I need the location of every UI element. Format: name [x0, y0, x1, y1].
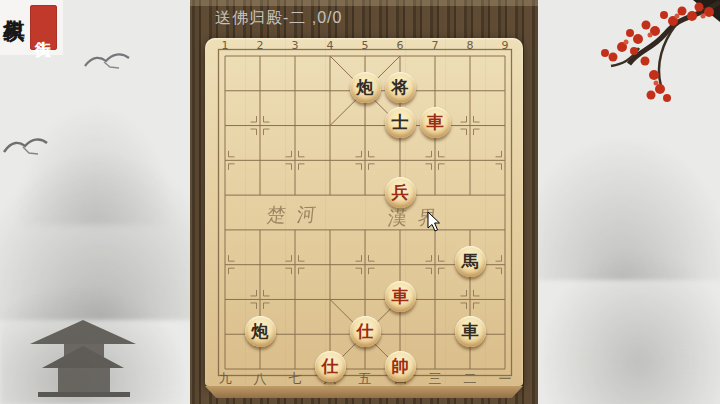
file-label-top: 5 [356, 39, 374, 52]
app-window: 象棋 街头 业余守門员 卒 [0, 0, 720, 404]
logo-text: 象棋 [2, 1, 28, 3]
piece-red-general[interactable]: 帥 [385, 351, 416, 382]
file-label-bottom: 九 [216, 370, 234, 388]
piece-black-cannon[interactable]: 炮 [245, 316, 276, 347]
plum-blossom-branch [543, 0, 720, 140]
file-label-top: 3 [286, 39, 304, 52]
logo-seal-stamp: 街头 [30, 5, 57, 50]
puzzle-title: 送佛归殿-二 ,0/0 [215, 8, 342, 29]
mouse-cursor [427, 211, 441, 232]
file-label-top: 9 [496, 39, 514, 52]
river-text-left: 楚河 [266, 201, 329, 228]
file-label-bottom: 七 [286, 370, 304, 388]
piece-black-general[interactable]: 将 [385, 72, 416, 103]
piece-red-chariot[interactable]: 車 [420, 107, 451, 138]
file-label-top: 2 [251, 39, 269, 52]
pavilion-illustration [26, 316, 140, 398]
mountain-wash [0, 140, 190, 320]
piece-black-cannon[interactable]: 炮 [350, 72, 381, 103]
piece-black-horse[interactable]: 馬 [455, 246, 486, 277]
file-label-bottom: 五 [356, 370, 374, 388]
piece-black-advisor[interactable]: 士 [385, 107, 416, 138]
file-label-bottom: 一 [496, 370, 514, 388]
piece-red-chariot[interactable]: 車 [385, 281, 416, 312]
file-label-top: 4 [321, 39, 339, 52]
left-decor-panel: 象棋 街头 [0, 0, 190, 404]
file-label-bottom: 三 [426, 370, 444, 388]
crane-icon [84, 48, 130, 76]
mountain-wash [538, 130, 720, 280]
app-logo: 象棋 街头 [0, 0, 63, 55]
crane-icon [2, 132, 48, 162]
piece-red-soldier[interactable]: 兵 [385, 177, 416, 208]
file-label-bottom: 二 [461, 370, 479, 388]
file-label-top: 8 [461, 39, 479, 52]
xiangqi-board[interactable]: 123456789 九八七六五四三二一 楚河 漢界 炮将士車兵馬車炮仕車仕帥 [205, 38, 523, 386]
piece-red-advisor[interactable]: 仕 [350, 316, 381, 347]
piece-red-advisor[interactable]: 仕 [315, 351, 346, 382]
right-decor-panel: 业余守門员 卒 人生如棋我愿为卒虽行动缓慢可曾见我后退半步 [538, 0, 720, 404]
file-label-top: 1 [216, 39, 234, 52]
mist-wash [538, 250, 720, 404]
file-label-top: 7 [426, 39, 444, 52]
piece-black-chariot[interactable]: 車 [455, 316, 486, 347]
game-area: 送佛归殿-二 ,0/0 123456789 九八七六五四三二一 楚河 漢界 炮将… [190, 0, 538, 404]
file-label-top: 6 [391, 39, 409, 52]
file-label-bottom: 八 [251, 370, 269, 388]
